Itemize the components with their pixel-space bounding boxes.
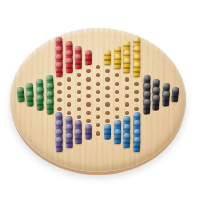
pegs-layer [0, 0, 200, 200]
peg-red[interactable] [55, 62, 63, 77]
peg-black[interactable] [152, 95, 160, 110]
peg-black[interactable] [162, 91, 170, 107]
peg-yellow[interactable] [133, 62, 141, 77]
peg-green[interactable] [46, 99, 54, 114]
peg-blue[interactable] [133, 137, 141, 152]
peg-black[interactable] [171, 87, 179, 103]
peg-purple[interactable] [55, 137, 63, 152]
peg-yellow[interactable] [123, 58, 131, 73]
peg-blue[interactable] [123, 133, 131, 148]
peg-purple[interactable] [75, 128, 82, 143]
peg-red[interactable] [85, 50, 92, 65]
peg-purple[interactable] [85, 124, 92, 139]
peg-blue[interactable] [114, 128, 121, 143]
peg-yellow[interactable] [104, 50, 111, 65]
peg-green[interactable] [36, 95, 44, 110]
peg-black[interactable] [143, 99, 151, 114]
peg-purple[interactable] [65, 133, 73, 148]
peg-yellow[interactable] [114, 54, 121, 69]
peg-red[interactable] [75, 54, 82, 69]
peg-red[interactable] [65, 58, 73, 73]
peg-blue[interactable] [104, 124, 111, 139]
peg-green[interactable] [16, 87, 24, 103]
photo-scene [0, 0, 200, 200]
